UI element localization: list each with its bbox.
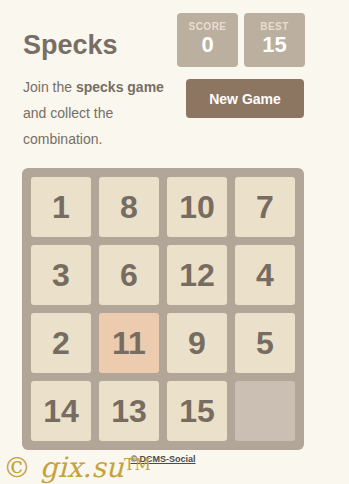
tile-9[interactable]: 9 (167, 313, 227, 373)
tile-8[interactable]: 8 (99, 177, 159, 237)
best-label: BEST (244, 21, 305, 32)
tile-14[interactable]: 14 (31, 381, 91, 441)
gix-su-watermark: © gix.suTM (3, 450, 151, 483)
tile-13[interactable]: 13 (99, 381, 159, 441)
specks-game-page: Specks SCORE 0 BEST 15 Join the specks g… (0, 0, 349, 484)
score-box: SCORE 0 (177, 13, 238, 67)
best-value: 15 (244, 32, 305, 58)
puzzle-board: 1 8 10 7 3 6 12 4 2 11 9 5 14 13 15 (22, 168, 304, 450)
score-label: SCORE (177, 21, 238, 32)
watermark-text: gix.su (40, 451, 124, 484)
intro-text: Join the specks game and collect the com… (23, 74, 183, 152)
score-panel: SCORE 0 BEST 15 (177, 13, 305, 67)
tile-2[interactable]: 2 (31, 313, 91, 373)
tile-7[interactable]: 7 (235, 177, 295, 237)
intro-post: and collect the combination. (23, 105, 113, 147)
empty-cell (235, 381, 295, 441)
best-box: BEST 15 (244, 13, 305, 67)
tile-4[interactable]: 4 (235, 245, 295, 305)
intro-pre: Join the (23, 79, 76, 95)
new-game-button[interactable]: New Game (186, 79, 304, 118)
tile-15[interactable]: 15 (167, 381, 227, 441)
score-value: 0 (177, 32, 238, 58)
tile-12[interactable]: 12 (167, 245, 227, 305)
tile-3[interactable]: 3 (31, 245, 91, 305)
tile-6[interactable]: 6 (99, 245, 159, 305)
intro-bold: specks game (76, 79, 164, 95)
page-title: Specks (23, 30, 118, 61)
watermark-tm: TM (124, 455, 151, 474)
watermark-copyright: © (3, 451, 31, 484)
tile-10[interactable]: 10 (167, 177, 227, 237)
tile-11-highlighted[interactable]: 11 (99, 313, 159, 373)
tile-5[interactable]: 5 (235, 313, 295, 373)
tile-1[interactable]: 1 (31, 177, 91, 237)
